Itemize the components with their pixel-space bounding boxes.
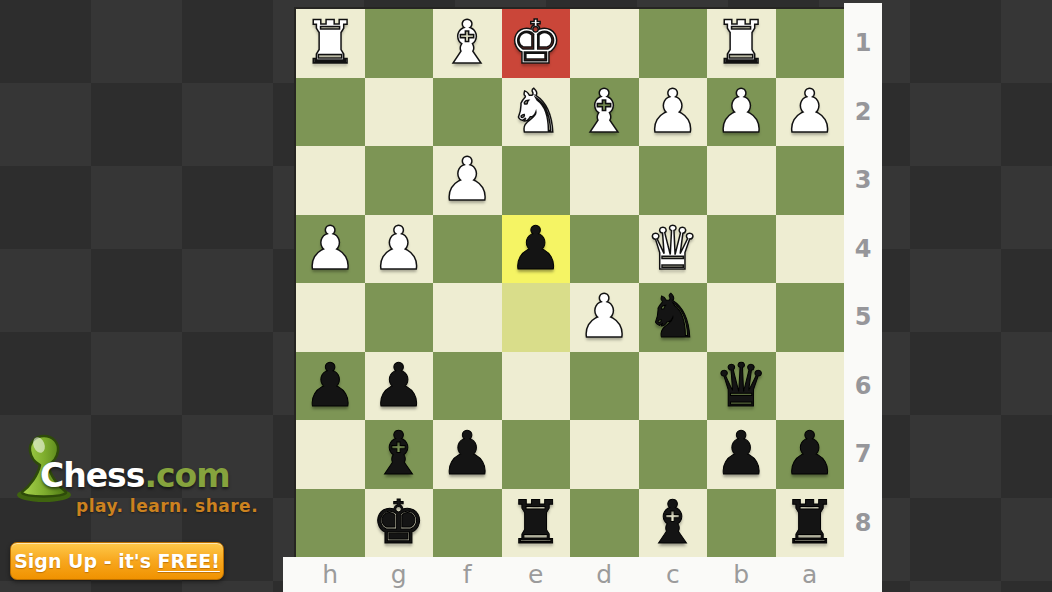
rank-label-4: 4	[844, 215, 882, 284]
square-b1[interactable]: ♜	[707, 9, 776, 78]
black-king: ♚	[372, 492, 426, 552]
square-c4[interactable]: ♛	[639, 215, 708, 284]
rank-label-2: 2	[844, 78, 882, 147]
square-d7[interactable]	[570, 420, 639, 489]
square-a4[interactable]	[776, 215, 845, 284]
black-pawn: ♟	[372, 355, 426, 415]
rank-label-8: 8	[844, 489, 882, 558]
square-f3[interactable]: ♟	[433, 146, 502, 215]
square-h2[interactable]	[296, 78, 365, 147]
chess-board[interactable]: ♜♝♚♜♞♝♟♟♟♟♟♟♟♛♟♞♟♟♛♝♟♟♟♚♜♝♜	[294, 7, 846, 559]
brand-suffix-text: .com	[144, 456, 229, 495]
square-b8[interactable]	[707, 489, 776, 558]
square-d8[interactable]	[570, 489, 639, 558]
square-h4[interactable]: ♟	[296, 215, 365, 284]
signup-button-text: Sign Up - it's	[14, 550, 157, 572]
brand-main-text: Chess	[40, 456, 144, 495]
signup-button[interactable]: Sign Up - it's FREE!	[10, 542, 224, 580]
black-bishop: ♝	[372, 423, 426, 483]
brand-tagline: play. learn. share.	[76, 496, 258, 516]
brand-wordmark: Chess.com	[40, 456, 230, 495]
signup-button-free-text: FREE!	[158, 550, 220, 572]
chesscom-logo: Chess.com play. learn. share.	[14, 430, 274, 520]
black-knight: ♞	[646, 286, 700, 346]
black-rook: ♜	[509, 492, 563, 552]
file-label-g: g	[365, 560, 434, 589]
white-pawn: ♟	[577, 286, 631, 346]
square-e7[interactable]	[502, 420, 571, 489]
square-b3[interactable]	[707, 146, 776, 215]
square-e4[interactable]: ♟	[502, 215, 571, 284]
file-label-b: b	[707, 560, 776, 589]
square-f2[interactable]	[433, 78, 502, 147]
white-king: ♚	[509, 12, 563, 72]
square-c2[interactable]: ♟	[639, 78, 708, 147]
square-d5[interactable]: ♟	[570, 283, 639, 352]
square-b2[interactable]: ♟	[707, 78, 776, 147]
file-label-a: a	[776, 560, 845, 589]
square-f4[interactable]	[433, 215, 502, 284]
square-d4[interactable]	[570, 215, 639, 284]
square-c5[interactable]: ♞	[639, 283, 708, 352]
square-d6[interactable]	[570, 352, 639, 421]
rank-label-7: 7	[844, 420, 882, 489]
square-b4[interactable]	[707, 215, 776, 284]
square-f1[interactable]: ♝	[433, 9, 502, 78]
square-a2[interactable]: ♟	[776, 78, 845, 147]
square-g1[interactable]	[365, 9, 434, 78]
square-b5[interactable]	[707, 283, 776, 352]
square-f8[interactable]	[433, 489, 502, 558]
white-bishop: ♝	[577, 81, 631, 141]
square-c8[interactable]: ♝	[639, 489, 708, 558]
square-f7[interactable]: ♟	[433, 420, 502, 489]
square-g8[interactable]: ♚	[365, 489, 434, 558]
file-coordinates: hgfedcba	[283, 557, 882, 592]
rank-label-1: 1	[844, 9, 882, 78]
white-pawn: ♟	[783, 81, 837, 141]
square-f5[interactable]	[433, 283, 502, 352]
square-b7[interactable]: ♟	[707, 420, 776, 489]
square-h7[interactable]	[296, 420, 365, 489]
square-a6[interactable]	[776, 352, 845, 421]
white-rook: ♜	[303, 12, 357, 72]
square-h5[interactable]	[296, 283, 365, 352]
white-pawn: ♟	[303, 218, 357, 278]
square-g7[interactable]: ♝	[365, 420, 434, 489]
file-label-d: d	[570, 560, 639, 589]
square-e5[interactable]	[502, 283, 571, 352]
black-pawn: ♟	[714, 423, 768, 483]
square-e3[interactable]	[502, 146, 571, 215]
black-bishop: ♝	[646, 492, 700, 552]
square-g2[interactable]	[365, 78, 434, 147]
square-e6[interactable]	[502, 352, 571, 421]
square-f6[interactable]	[433, 352, 502, 421]
black-pawn: ♟	[783, 423, 837, 483]
file-label-c: c	[639, 560, 708, 589]
file-label-e: e	[502, 560, 571, 589]
white-pawn: ♟	[440, 149, 494, 209]
white-pawn: ♟	[372, 218, 426, 278]
square-g4[interactable]: ♟	[365, 215, 434, 284]
square-h8[interactable]	[296, 489, 365, 558]
square-d1[interactable]	[570, 9, 639, 78]
square-a3[interactable]	[776, 146, 845, 215]
square-g3[interactable]	[365, 146, 434, 215]
square-c1[interactable]	[639, 9, 708, 78]
black-pawn: ♟	[303, 355, 357, 415]
square-g5[interactable]	[365, 283, 434, 352]
white-queen: ♛	[646, 218, 700, 278]
square-a7[interactable]: ♟	[776, 420, 845, 489]
white-rook: ♜	[714, 12, 768, 72]
rank-label-6: 6	[844, 352, 882, 421]
square-c7[interactable]	[639, 420, 708, 489]
square-a1[interactable]	[776, 9, 845, 78]
video-frame: ♜♝♚♜♞♝♟♟♟♟♟♟♟♛♟♞♟♟♛♝♟♟♟♚♜♝♜ 12345678 hgf…	[0, 0, 1052, 592]
black-pawn: ♟	[440, 423, 494, 483]
white-pawn: ♟	[646, 81, 700, 141]
black-rook: ♜	[783, 492, 837, 552]
square-a8[interactable]: ♜	[776, 489, 845, 558]
square-e2[interactable]: ♞	[502, 78, 571, 147]
square-e1[interactable]: ♚	[502, 9, 571, 78]
square-d3[interactable]	[570, 146, 639, 215]
rank-label-5: 5	[844, 283, 882, 352]
rank-label-3: 3	[844, 146, 882, 215]
square-g6[interactable]: ♟	[365, 352, 434, 421]
square-e8[interactable]: ♜	[502, 489, 571, 558]
white-pawn: ♟	[714, 81, 768, 141]
square-c6[interactable]	[639, 352, 708, 421]
white-knight: ♞	[509, 81, 563, 141]
square-c3[interactable]	[639, 146, 708, 215]
square-a5[interactable]	[776, 283, 845, 352]
square-h6[interactable]: ♟	[296, 352, 365, 421]
white-bishop: ♝	[440, 12, 494, 72]
black-pawn: ♟	[509, 218, 563, 278]
rank-coordinates: 12345678	[844, 3, 882, 557]
square-b6[interactable]: ♛	[707, 352, 776, 421]
square-d2[interactable]: ♝	[570, 78, 639, 147]
black-queen: ♛	[714, 355, 768, 415]
file-label-h: h	[296, 560, 365, 589]
square-h1[interactable]: ♜	[296, 9, 365, 78]
file-label-f: f	[433, 560, 502, 589]
square-h3[interactable]	[296, 146, 365, 215]
